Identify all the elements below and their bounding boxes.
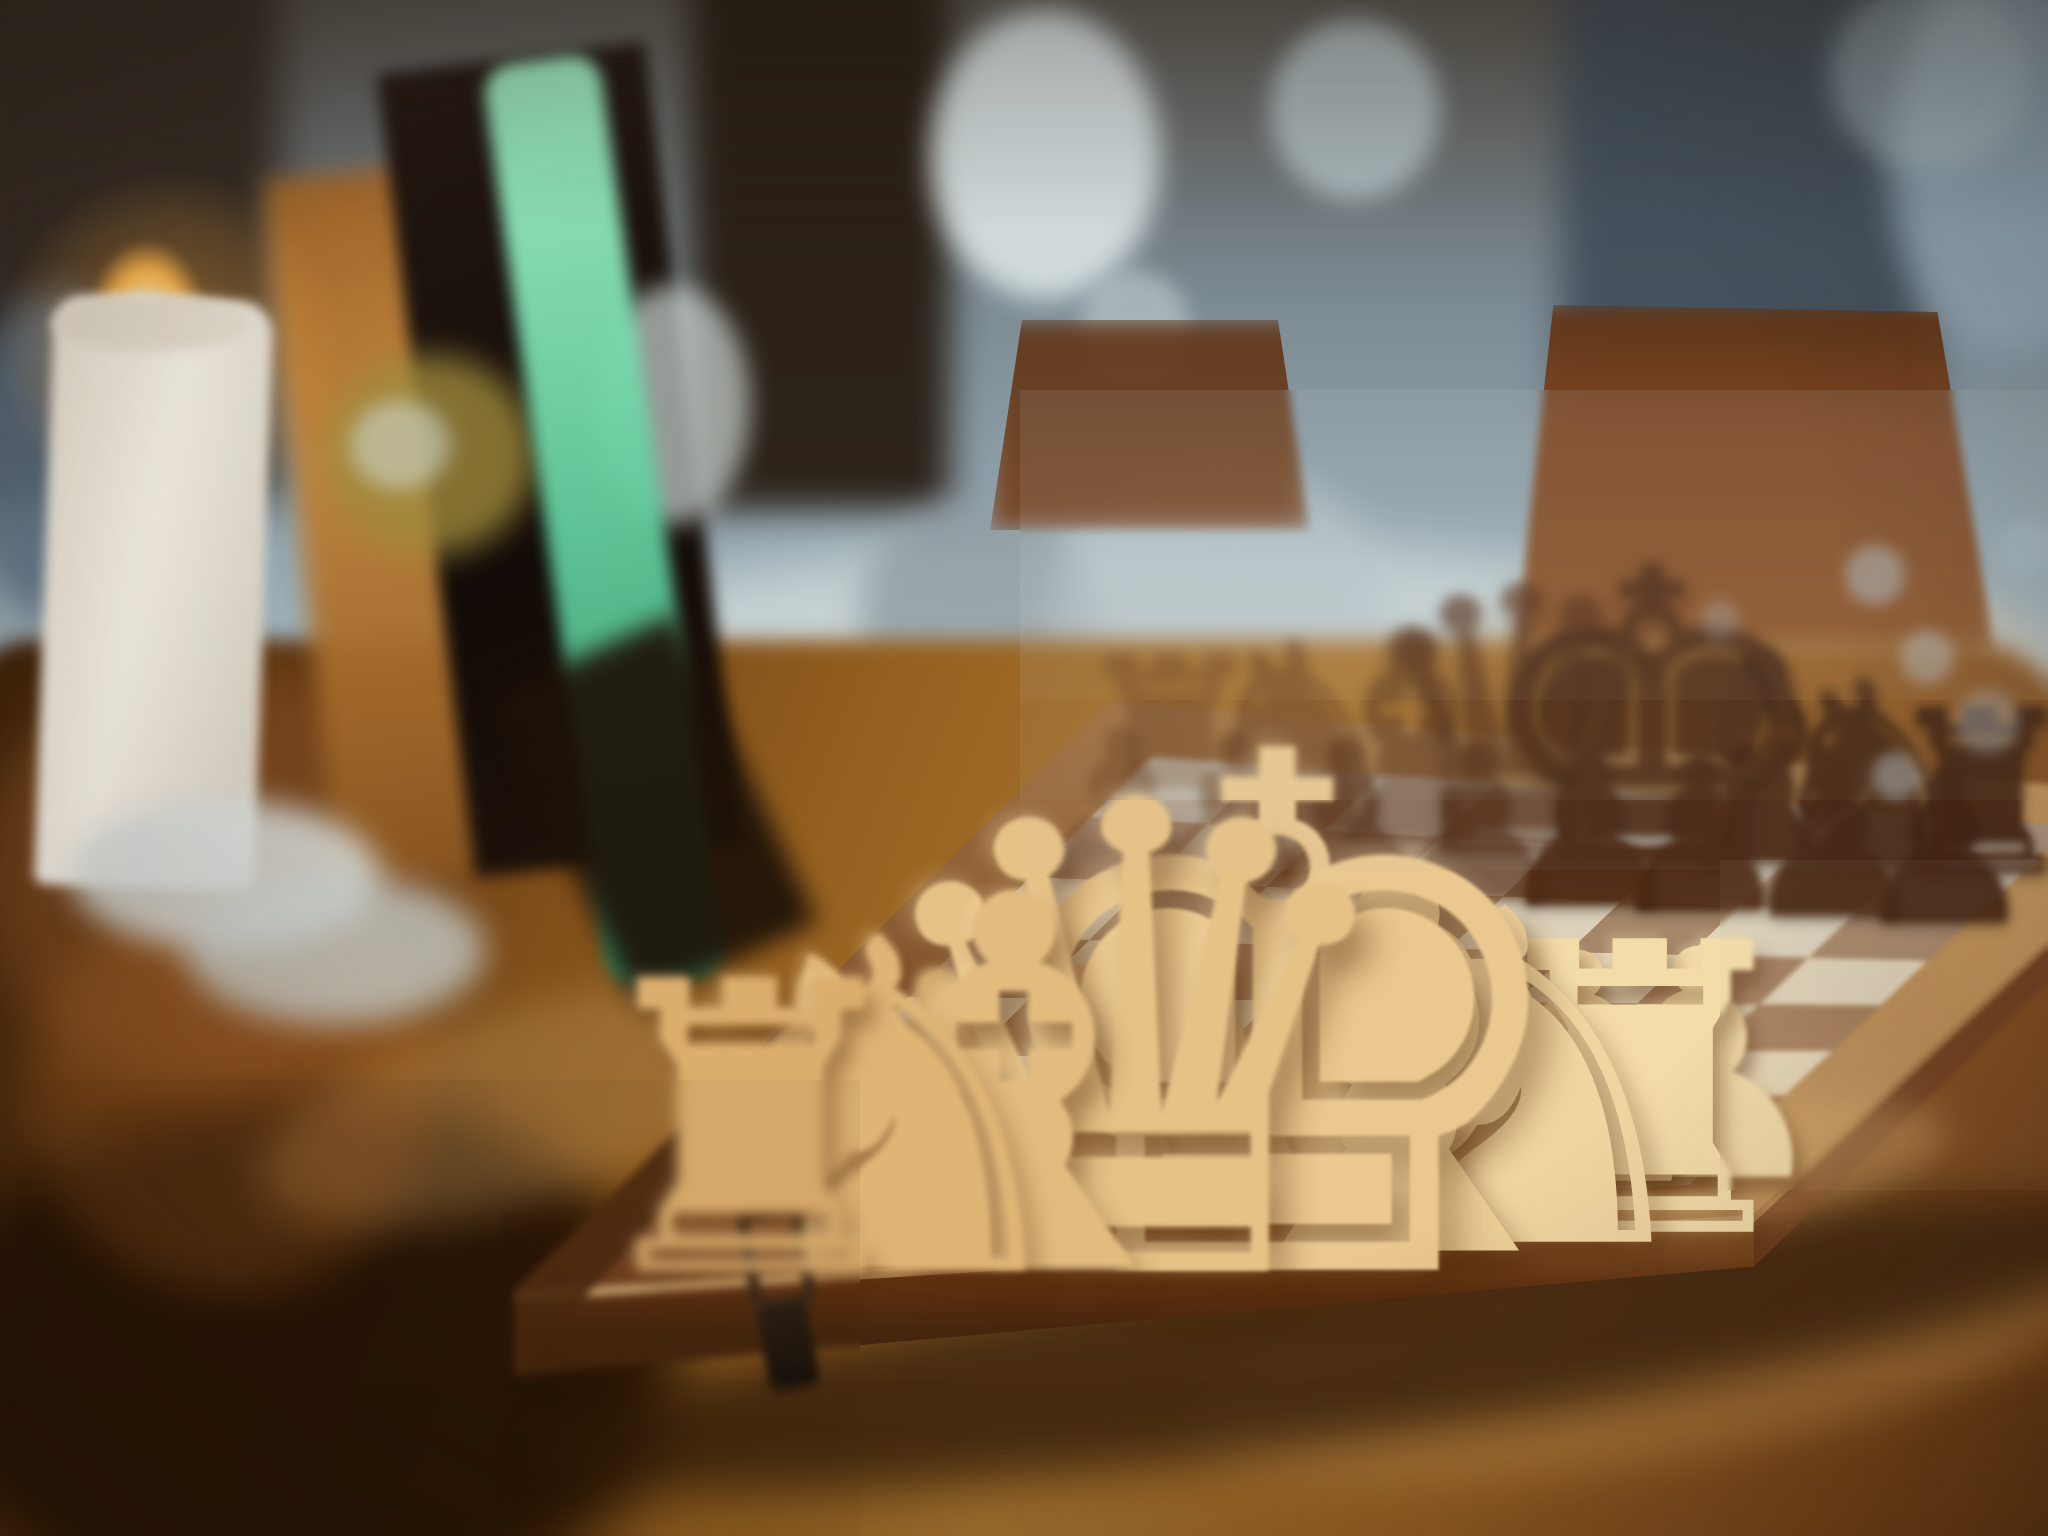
bokeh-glint-icon	[1845, 545, 1905, 605]
bokeh-glint-icon	[1996, 520, 2048, 576]
bokeh-glint-icon	[1900, 630, 1954, 684]
bokeh-glint-icon	[1955, 690, 2019, 754]
chess-piece-white-rook-a1: ♜	[571, 931, 931, 1333]
photo-scene: ♜♞♝♛♚♝♞♜♟♟♟♟♟♟♟♟♟♟♟♟♟♟♟♟♜♞♝♛♚♝♞♜	[0, 0, 2048, 1536]
bokeh-glint-icon	[1700, 600, 1740, 640]
bokeh-glint-icon	[1872, 752, 1920, 800]
pieces-layer: ♜♞♝♛♚♝♞♜♟♟♟♟♟♟♟♟♟♟♟♟♟♟♟♟♜♞♝♛♚♝♞♜	[0, 0, 2048, 1536]
